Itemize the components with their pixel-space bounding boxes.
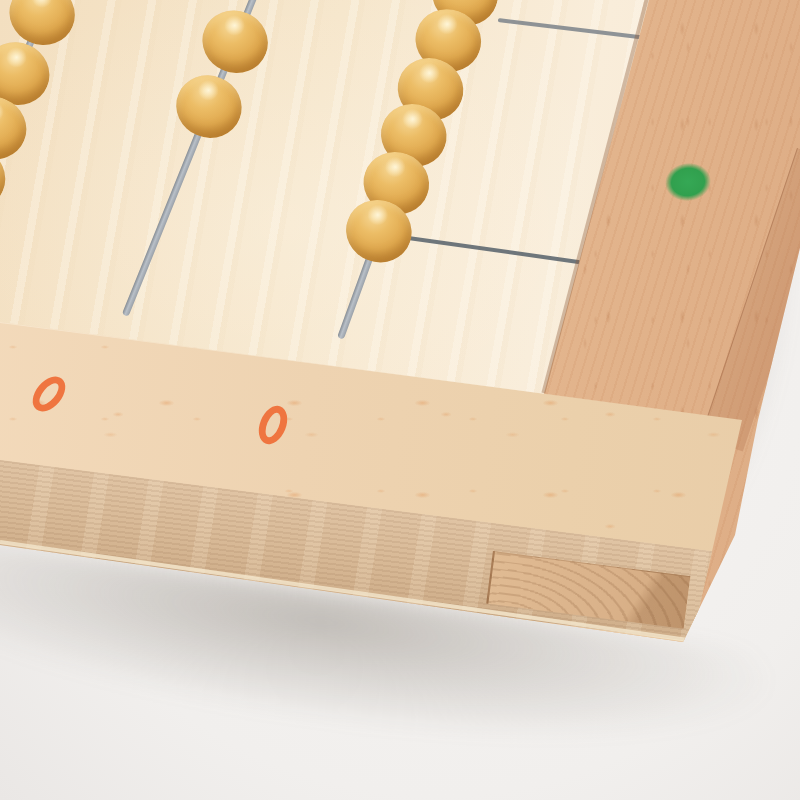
- abacus-photo-scene: [0, 0, 800, 800]
- rod-1-assembly: [0, 0, 65, 276]
